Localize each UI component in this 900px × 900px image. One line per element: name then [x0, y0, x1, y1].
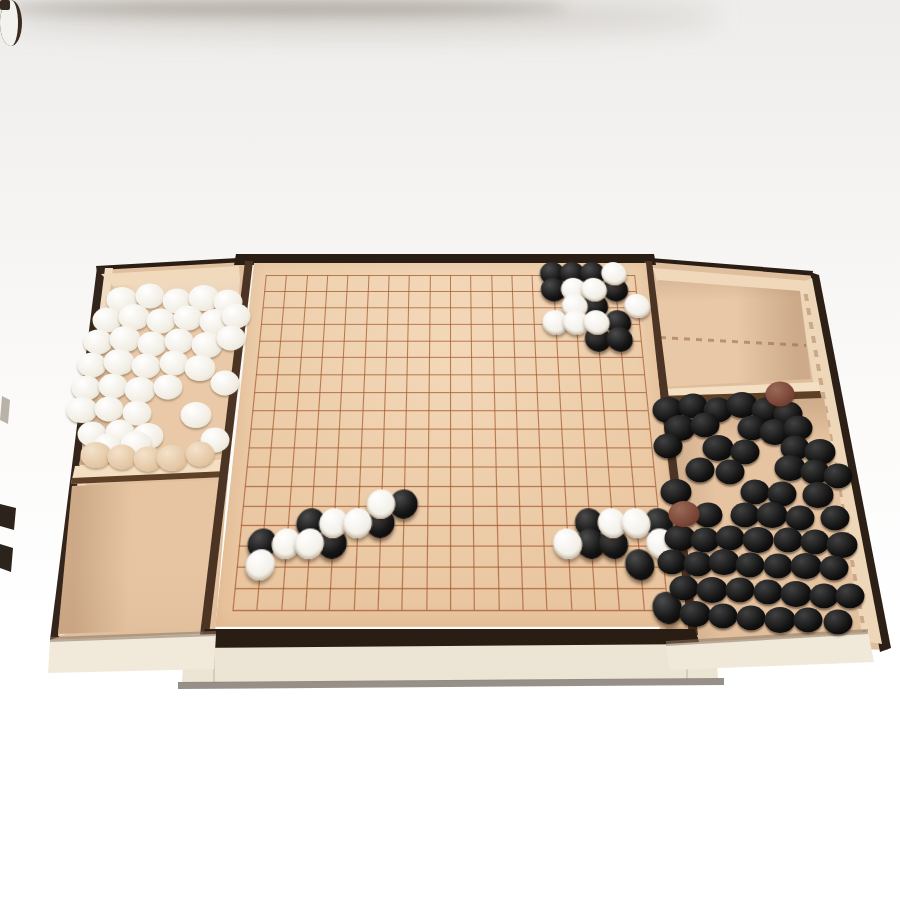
white-tray-stone[interactable]: [160, 351, 189, 376]
black-tray-stone[interactable]: [654, 434, 683, 459]
black-tray-stone[interactable]: [791, 553, 822, 579]
black-tray-stone[interactable]: [754, 580, 783, 605]
black-tray-stone[interactable]: [827, 532, 858, 558]
black-tray-stone[interactable]: [821, 506, 850, 531]
tan-tray-stone[interactable]: [157, 445, 188, 471]
black-tray-stone[interactable]: [774, 528, 803, 553]
black-tray-stone[interactable]: [680, 601, 711, 627]
black-tray-stone[interactable]: [794, 608, 823, 633]
travel-go-set-photo: { "game": "go", "scene": "laser-cut wood…: [0, 0, 900, 900]
black-tray-stone[interactable]: [801, 530, 830, 555]
black-tray-stone[interactable]: [716, 526, 745, 551]
white-tray-stone[interactable]: [110, 326, 141, 352]
black-tray-stone[interactable]: [691, 413, 720, 438]
black-tray-stone[interactable]: [781, 581, 812, 607]
black-tray-stone[interactable]: [820, 556, 849, 581]
white-tray-stone[interactable]: [217, 326, 246, 351]
black-tray-stone[interactable]: [810, 584, 839, 609]
black-tray-stone[interactable]: [824, 610, 853, 635]
tan-tray-stone[interactable]: [108, 445, 137, 470]
black-tray-stone[interactable]: [686, 458, 715, 483]
black-tray-stone[interactable]: [709, 604, 738, 629]
white-tray-stone[interactable]: [78, 353, 107, 378]
white-tray-stone[interactable]: [125, 377, 156, 403]
white-tray-stone[interactable]: [181, 402, 212, 428]
black-tray-stone[interactable]: [658, 550, 687, 575]
black-tray-stone[interactable]: [670, 576, 699, 601]
white-tray-stone[interactable]: [174, 306, 203, 331]
white-tray-stone[interactable]: [132, 354, 161, 379]
black-tray-stone[interactable]: [765, 607, 796, 633]
black-tray-stone[interactable]: [743, 527, 774, 553]
black-tray-stone[interactable]: [764, 554, 793, 579]
black-tray-stone[interactable]: [736, 553, 765, 578]
black-tray-stone[interactable]: [697, 577, 728, 603]
white-tray-stone[interactable]: [95, 397, 124, 422]
black-tray-stone[interactable]: [703, 435, 734, 461]
white-tray-stone[interactable]: [138, 332, 167, 357]
white-tray-stone[interactable]: [222, 304, 251, 329]
black-tray-stone[interactable]: [716, 460, 745, 485]
white-tray-stone[interactable]: [67, 397, 98, 423]
black-tray-stone[interactable]: [757, 502, 788, 528]
brown-tray-stone[interactable]: [766, 382, 795, 407]
white-tray-stone[interactable]: [99, 374, 128, 399]
brown-tray-stone[interactable]: [669, 501, 700, 527]
black-tray-stone[interactable]: [741, 480, 770, 505]
white-tray-stone[interactable]: [165, 329, 194, 354]
black-tray-stone[interactable]: [836, 584, 865, 609]
black-tray-stone[interactable]: [731, 503, 760, 528]
tan-tray-stone[interactable]: [186, 442, 215, 467]
black-tray-stone[interactable]: [737, 606, 766, 631]
white-tray-stone[interactable]: [84, 330, 113, 355]
tray-stones-layer: [0, 0, 900, 900]
white-tray-stone[interactable]: [104, 349, 135, 375]
white-tray-stone[interactable]: [154, 375, 183, 400]
black-tray-stone[interactable]: [803, 482, 834, 508]
white-tray-stone[interactable]: [211, 371, 240, 396]
black-tray-stone[interactable]: [726, 578, 755, 603]
